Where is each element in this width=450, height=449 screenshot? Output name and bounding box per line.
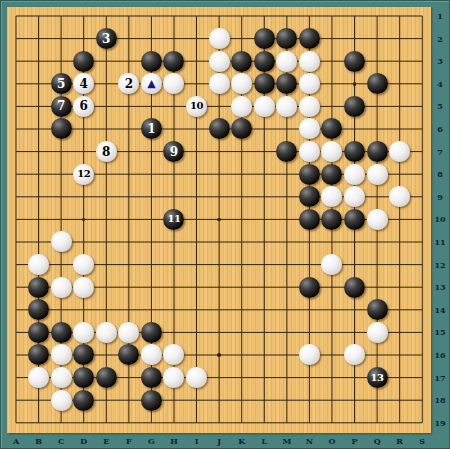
black-stone-H10[interactable]: 11 bbox=[163, 209, 184, 230]
black-stone-P10[interactable] bbox=[344, 209, 365, 230]
black-stone-D3[interactable] bbox=[73, 51, 94, 72]
column-label-R: R bbox=[396, 436, 403, 446]
black-stone-D16[interactable] bbox=[73, 344, 94, 365]
column-label-I: I bbox=[195, 436, 199, 446]
white-stone-I5[interactable]: 10 bbox=[186, 96, 207, 117]
black-stone-B13[interactable] bbox=[28, 277, 49, 298]
white-stone-L5[interactable] bbox=[254, 96, 275, 117]
move-number-label: 3 bbox=[102, 33, 110, 45]
column-label-J: J bbox=[217, 436, 221, 446]
white-stone-F4[interactable]: 2 bbox=[118, 73, 139, 94]
row-label-16: 16 bbox=[434, 350, 445, 360]
white-stone-N16[interactable] bbox=[299, 344, 320, 365]
column-label-P: P bbox=[352, 436, 358, 446]
column-label-A: A bbox=[13, 436, 19, 446]
column-label-O: O bbox=[328, 436, 335, 446]
black-stone-P5[interactable] bbox=[344, 96, 365, 117]
black-stone-F16[interactable] bbox=[118, 344, 139, 365]
black-stone-M7[interactable] bbox=[276, 141, 297, 162]
white-stone-Q8[interactable] bbox=[367, 164, 388, 185]
white-stone-J4[interactable] bbox=[209, 73, 230, 94]
white-stone-K4[interactable] bbox=[231, 73, 252, 94]
white-stone-B17[interactable] bbox=[28, 367, 49, 388]
white-stone-H16[interactable] bbox=[163, 344, 184, 365]
white-stone-D5[interactable]: 6 bbox=[73, 96, 94, 117]
white-stone-J3[interactable] bbox=[209, 51, 230, 72]
black-stone-E17[interactable] bbox=[96, 367, 117, 388]
white-stone-D12[interactable] bbox=[73, 254, 94, 275]
row-label-5: 5 bbox=[437, 101, 443, 111]
star-point bbox=[217, 353, 221, 357]
move-number-label: 6 bbox=[80, 100, 88, 112]
white-stone-M5[interactable] bbox=[276, 96, 297, 117]
row-label-6: 6 bbox=[437, 124, 443, 134]
black-stone-P3[interactable] bbox=[344, 51, 365, 72]
white-stone-J2[interactable] bbox=[209, 28, 230, 49]
white-stone-D13[interactable] bbox=[73, 277, 94, 298]
column-label-L: L bbox=[261, 436, 267, 446]
row-label-9: 9 bbox=[437, 192, 443, 202]
black-stone-Q4[interactable] bbox=[367, 73, 388, 94]
white-stone-C11[interactable] bbox=[51, 231, 72, 252]
move-number-label: 7 bbox=[57, 100, 65, 112]
black-stone-L4[interactable] bbox=[254, 73, 275, 94]
move-number-label: 8 bbox=[102, 146, 110, 158]
black-stone-D18[interactable] bbox=[73, 390, 94, 411]
stones-grid: 3542▲7610189121113 bbox=[5, 5, 434, 434]
column-label-G: G bbox=[148, 436, 155, 446]
white-stone-D15[interactable] bbox=[73, 322, 94, 343]
black-stone-J6[interactable] bbox=[209, 118, 230, 139]
row-label-13: 13 bbox=[434, 282, 445, 292]
black-stone-G18[interactable] bbox=[141, 390, 162, 411]
black-stone-N9[interactable] bbox=[299, 186, 320, 207]
star-point bbox=[353, 82, 357, 86]
black-stone-N13[interactable] bbox=[299, 277, 320, 298]
white-stone-G4[interactable]: ▲ bbox=[141, 73, 162, 94]
white-stone-O7[interactable] bbox=[321, 141, 342, 162]
column-label-C: C bbox=[58, 436, 64, 446]
white-stone-O12[interactable] bbox=[321, 254, 342, 275]
white-stone-C17[interactable] bbox=[51, 367, 72, 388]
black-stone-G3[interactable] bbox=[141, 51, 162, 72]
white-stone-D8[interactable]: 12 bbox=[73, 164, 94, 185]
white-stone-C18[interactable] bbox=[51, 390, 72, 411]
black-stone-N8[interactable] bbox=[299, 164, 320, 185]
row-label-15: 15 bbox=[434, 327, 445, 337]
black-stone-Q17[interactable]: 13 bbox=[367, 367, 388, 388]
black-stone-C6[interactable] bbox=[51, 118, 72, 139]
column-label-K: K bbox=[238, 436, 245, 446]
black-stone-M2[interactable] bbox=[276, 28, 297, 49]
row-label-19: 19 bbox=[434, 418, 445, 428]
black-stone-P7[interactable] bbox=[344, 141, 365, 162]
move-number-label: 10 bbox=[190, 101, 203, 111]
white-stone-R9[interactable] bbox=[389, 186, 410, 207]
black-stone-O8[interactable] bbox=[321, 164, 342, 185]
white-stone-N5[interactable] bbox=[299, 96, 320, 117]
white-stone-K5[interactable] bbox=[231, 96, 252, 117]
black-stone-G17[interactable] bbox=[141, 367, 162, 388]
column-label-D: D bbox=[80, 436, 87, 446]
white-stone-N3[interactable] bbox=[299, 51, 320, 72]
black-stone-N10[interactable] bbox=[299, 209, 320, 230]
white-stone-H4[interactable] bbox=[163, 73, 184, 94]
white-stone-N6[interactable] bbox=[299, 118, 320, 139]
row-label-18: 18 bbox=[434, 395, 445, 405]
white-stone-F15[interactable] bbox=[118, 322, 139, 343]
white-stone-N7[interactable] bbox=[299, 141, 320, 162]
row-label-8: 8 bbox=[437, 169, 443, 179]
column-label-E: E bbox=[103, 436, 109, 446]
white-stone-Q10[interactable] bbox=[367, 209, 388, 230]
black-stone-K6[interactable] bbox=[231, 118, 252, 139]
move-number-label: 13 bbox=[371, 373, 384, 383]
column-label-N: N bbox=[306, 436, 313, 446]
white-stone-D4[interactable]: 4 bbox=[73, 73, 94, 94]
triangle-marker-icon: ▲ bbox=[147, 78, 155, 89]
row-label-3: 3 bbox=[437, 56, 443, 66]
black-stone-G6[interactable]: 1 bbox=[141, 118, 162, 139]
column-label-H: H bbox=[170, 436, 178, 446]
black-stone-C15[interactable] bbox=[51, 322, 72, 343]
row-label-17: 17 bbox=[434, 373, 445, 383]
black-stone-H3[interactable] bbox=[163, 51, 184, 72]
white-stone-P16[interactable] bbox=[344, 344, 365, 365]
white-stone-C13[interactable] bbox=[51, 277, 72, 298]
black-stone-P13[interactable] bbox=[344, 277, 365, 298]
black-stone-E2[interactable]: 3 bbox=[96, 28, 117, 49]
column-label-F: F bbox=[126, 436, 132, 446]
white-stone-P9[interactable] bbox=[344, 186, 365, 207]
column-label-M: M bbox=[282, 436, 291, 446]
white-stone-P8[interactable] bbox=[344, 164, 365, 185]
black-stone-N2[interactable] bbox=[299, 28, 320, 49]
move-number-label: 5 bbox=[57, 78, 65, 90]
move-number-label: 12 bbox=[77, 169, 90, 179]
column-label-B: B bbox=[35, 436, 42, 446]
row-label-2: 2 bbox=[437, 34, 443, 44]
black-stone-G15[interactable] bbox=[141, 322, 162, 343]
black-stone-Q7[interactable] bbox=[367, 141, 388, 162]
move-number-label: 4 bbox=[80, 78, 88, 90]
white-stone-O9[interactable] bbox=[321, 186, 342, 207]
black-stone-C5[interactable]: 7 bbox=[51, 96, 72, 117]
white-stone-I17[interactable] bbox=[186, 367, 207, 388]
row-label-11: 11 bbox=[434, 237, 445, 247]
black-stone-D17[interactable] bbox=[73, 367, 94, 388]
black-stone-K3[interactable] bbox=[231, 51, 252, 72]
white-stone-E15[interactable] bbox=[96, 322, 117, 343]
row-label-4: 4 bbox=[437, 79, 443, 89]
row-label-10: 10 bbox=[434, 214, 445, 224]
row-label-7: 7 bbox=[437, 147, 443, 157]
black-stone-B16[interactable] bbox=[28, 344, 49, 365]
white-stone-Q15[interactable] bbox=[367, 322, 388, 343]
go-board[interactable]: 3542▲7610189121113 bbox=[7, 7, 431, 433]
move-number-label: 11 bbox=[167, 214, 180, 224]
black-stone-C4[interactable]: 5 bbox=[51, 73, 72, 94]
move-number-label: 1 bbox=[147, 123, 155, 135]
move-number-label: 2 bbox=[125, 78, 133, 90]
white-stone-N4[interactable] bbox=[299, 73, 320, 94]
black-stone-Q14[interactable] bbox=[367, 299, 388, 320]
black-stone-O6[interactable] bbox=[321, 118, 342, 139]
goban-window: 3542▲7610189121113 ABCDEFGHIJKLMNOPQRS12… bbox=[0, 0, 450, 449]
black-stone-O10[interactable] bbox=[321, 209, 342, 230]
white-stone-E7[interactable]: 8 bbox=[96, 141, 117, 162]
black-stone-M4[interactable] bbox=[276, 73, 297, 94]
row-label-1: 1 bbox=[437, 11, 443, 21]
star-point bbox=[217, 218, 221, 222]
black-stone-H7[interactable]: 9 bbox=[163, 141, 184, 162]
column-label-S: S bbox=[419, 436, 425, 446]
column-label-Q: Q bbox=[374, 436, 381, 446]
black-stone-B15[interactable] bbox=[28, 322, 49, 343]
black-stone-B14[interactable] bbox=[28, 299, 49, 320]
white-stone-M3[interactable] bbox=[276, 51, 297, 72]
move-number-label: 9 bbox=[170, 146, 178, 158]
row-label-14: 14 bbox=[434, 305, 445, 315]
star-point bbox=[82, 218, 86, 222]
white-stone-H17[interactable] bbox=[163, 367, 184, 388]
white-stone-B12[interactable] bbox=[28, 254, 49, 275]
row-label-12: 12 bbox=[434, 260, 445, 270]
black-stone-L3[interactable] bbox=[254, 51, 275, 72]
white-stone-G16[interactable] bbox=[141, 344, 162, 365]
black-stone-L2[interactable] bbox=[254, 28, 275, 49]
white-stone-C16[interactable] bbox=[51, 344, 72, 365]
white-stone-R7[interactable] bbox=[389, 141, 410, 162]
